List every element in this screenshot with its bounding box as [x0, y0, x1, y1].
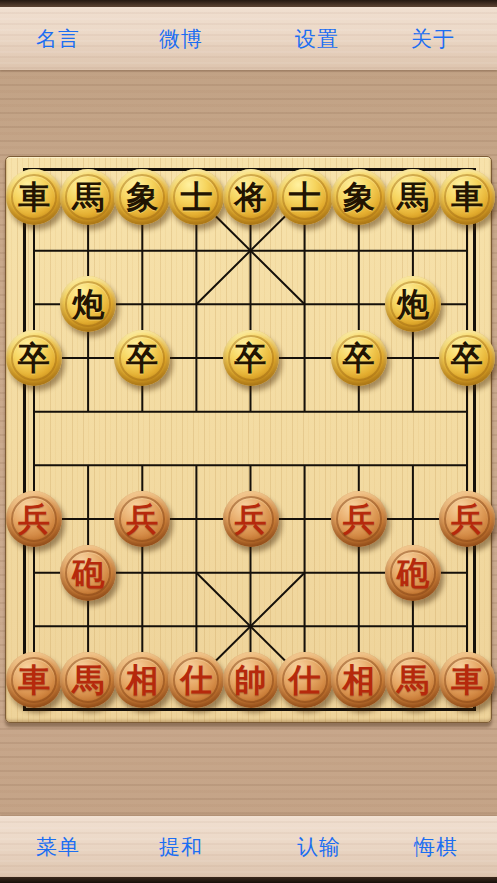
piece-black-卒[interactable]: 卒	[114, 330, 170, 386]
piece-red-兵[interactable]: 兵	[331, 491, 387, 547]
piece-black-卒[interactable]: 卒	[439, 330, 495, 386]
piece-red-相[interactable]: 相	[331, 652, 387, 708]
piece-red-兵[interactable]: 兵	[223, 491, 279, 547]
piece-black-車[interactable]: 車	[6, 169, 62, 225]
offer-draw-button[interactable]: 提和	[159, 833, 203, 861]
piece-red-相[interactable]: 相	[114, 652, 170, 708]
piece-black-卒[interactable]: 卒	[331, 330, 387, 386]
undo-move-button[interactable]: 悔棋	[414, 833, 458, 861]
app-screen: 名言 微博 设置 关于 車馬象士将士象馬車炮炮卒卒卒卒卒兵兵兵兵兵砲砲車馬相仕帥…	[0, 0, 497, 883]
piece-black-将[interactable]: 将	[223, 169, 279, 225]
piece-red-車[interactable]: 車	[6, 652, 62, 708]
piece-red-砲[interactable]: 砲	[60, 545, 116, 601]
xiangqi-board[interactable]: 車馬象士将士象馬車炮炮卒卒卒卒卒兵兵兵兵兵砲砲車馬相仕帥仕相馬車	[5, 156, 492, 723]
piece-black-馬[interactable]: 馬	[385, 169, 441, 225]
quotes-button[interactable]: 名言	[36, 25, 80, 53]
piece-red-兵[interactable]: 兵	[439, 491, 495, 547]
piece-red-砲[interactable]: 砲	[385, 545, 441, 601]
piece-red-馬[interactable]: 馬	[385, 652, 441, 708]
piece-black-士[interactable]: 士	[168, 169, 224, 225]
board-grid	[6, 157, 493, 724]
piece-red-兵[interactable]: 兵	[6, 491, 62, 547]
bottom-toolbar: 菜单 提和 认输 悔棋	[0, 816, 497, 877]
about-button[interactable]: 关于	[411, 25, 455, 53]
piece-red-仕[interactable]: 仕	[277, 652, 333, 708]
piece-black-卒[interactable]: 卒	[223, 330, 279, 386]
piece-red-仕[interactable]: 仕	[168, 652, 224, 708]
bottom-edge-strip	[0, 877, 497, 883]
piece-black-馬[interactable]: 馬	[60, 169, 116, 225]
piece-red-帥[interactable]: 帥	[223, 652, 279, 708]
status-bar-strip	[0, 0, 497, 7]
piece-black-象[interactable]: 象	[114, 169, 170, 225]
piece-black-卒[interactable]: 卒	[6, 330, 62, 386]
piece-black-士[interactable]: 士	[277, 169, 333, 225]
menu-button[interactable]: 菜单	[36, 833, 80, 861]
piece-red-馬[interactable]: 馬	[60, 652, 116, 708]
piece-black-炮[interactable]: 炮	[385, 276, 441, 332]
weibo-button[interactable]: 微博	[159, 25, 203, 53]
resign-button[interactable]: 认输	[297, 833, 341, 861]
piece-red-車[interactable]: 車	[439, 652, 495, 708]
piece-black-象[interactable]: 象	[331, 169, 387, 225]
settings-button[interactable]: 设置	[295, 25, 339, 53]
piece-red-兵[interactable]: 兵	[114, 491, 170, 547]
piece-black-車[interactable]: 車	[439, 169, 495, 225]
top-toolbar: 名言 微博 设置 关于	[0, 7, 497, 70]
